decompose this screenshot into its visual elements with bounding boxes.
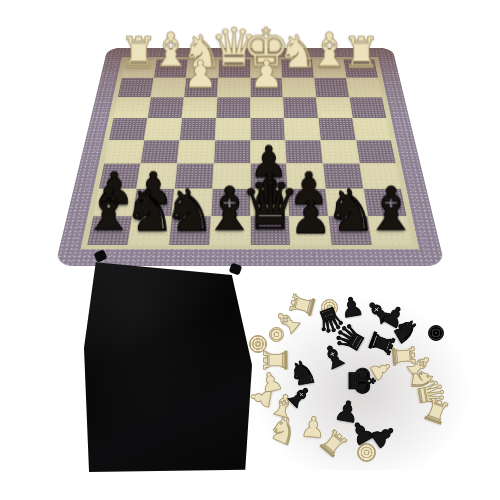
board-square [329, 216, 372, 245]
board-square [250, 189, 288, 216]
board-square [217, 78, 249, 97]
chess-board-grid [87, 60, 412, 246]
board-square [284, 97, 318, 117]
board-square [215, 118, 249, 140]
board-square [285, 118, 321, 140]
board-square [288, 189, 328, 216]
board-square [99, 164, 140, 189]
board-square [250, 164, 287, 189]
board-square [137, 164, 177, 189]
storage-bag [84, 258, 252, 472]
board-square [360, 164, 401, 189]
board-square [218, 60, 249, 78]
board-square [109, 118, 147, 140]
board-square [214, 140, 250, 163]
board-square [290, 216, 331, 245]
board-square [133, 189, 174, 216]
board-square [175, 164, 213, 189]
board-square [216, 97, 249, 117]
board-square [321, 140, 359, 163]
board-square [93, 189, 135, 216]
board-square [250, 97, 283, 117]
board-square [210, 216, 250, 245]
board-square [250, 60, 281, 78]
board-square [317, 97, 352, 117]
board-square [368, 216, 412, 245]
board-square [177, 140, 214, 163]
board-square [148, 97, 183, 117]
board-square [180, 118, 216, 140]
board-square [87, 216, 131, 245]
board-square [154, 60, 187, 78]
board-square [114, 97, 151, 117]
board-square [250, 118, 284, 140]
board-square [286, 140, 323, 163]
board-square [356, 140, 395, 163]
board-square [283, 78, 316, 97]
board-square [184, 78, 217, 97]
board-square [182, 97, 216, 117]
board-square [172, 189, 212, 216]
board-square [144, 118, 181, 140]
board-square [104, 140, 143, 163]
board-square [350, 97, 387, 117]
board-square [128, 216, 171, 245]
board-square [250, 140, 286, 163]
board-square [213, 164, 250, 189]
board-square [250, 216, 290, 245]
board-square [186, 60, 218, 78]
board-square [319, 118, 356, 140]
board-square [353, 118, 391, 140]
board-square [169, 216, 210, 245]
board-square [364, 189, 406, 216]
board-square [344, 60, 378, 78]
board-square [313, 60, 346, 78]
board-square [250, 78, 282, 97]
board-square [324, 164, 364, 189]
board-square [141, 140, 179, 163]
chess-board-mat: ♜♝♞♛♚♞♝♜♟♟♟♟♟♟♟♝♞♞♝♛♟♞♝ [55, 48, 445, 266]
board-square [211, 189, 249, 216]
board-square [118, 78, 153, 97]
board-square [315, 78, 349, 97]
board-square [287, 164, 325, 189]
board-square [151, 78, 185, 97]
board-square [122, 60, 156, 78]
board-square [326, 189, 367, 216]
board-square [347, 78, 382, 97]
chess-board-scene: ♜♝♞♛♚♞♝♜♟♟♟♟♟♟♟♝♞♞♝♛♟♞♝ [0, 0, 500, 500]
board-square [282, 60, 314, 78]
